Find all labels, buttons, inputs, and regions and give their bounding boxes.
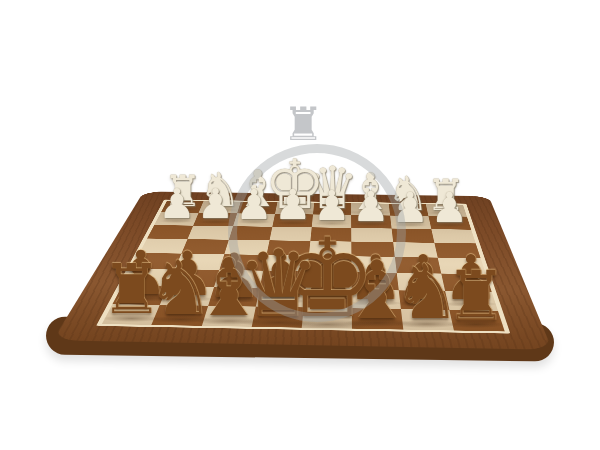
square-c1 — [351, 203, 390, 215]
square-d2 — [312, 215, 352, 228]
square-c8 — [352, 308, 403, 329]
square-d8 — [302, 307, 352, 328]
square-f4 — [224, 240, 269, 255]
board-grid — [102, 201, 505, 332]
watermark-rook-icon: ♜ — [282, 101, 323, 147]
square-b7 — [398, 290, 449, 310]
square-c2 — [351, 215, 391, 228]
square-h6 — [122, 269, 175, 287]
square-g3 — [188, 226, 233, 240]
square-b6 — [396, 273, 445, 291]
square-g7 — [160, 286, 214, 305]
square-c4 — [352, 242, 395, 257]
square-b3 — [391, 228, 434, 242]
square-e5 — [263, 255, 309, 272]
square-g4 — [182, 239, 229, 254]
square-c5 — [352, 256, 397, 273]
square-f6 — [214, 270, 263, 288]
square-h8 — [102, 304, 160, 325]
square-c7 — [352, 289, 401, 309]
square-d5 — [307, 256, 351, 273]
square-d4 — [309, 241, 352, 256]
square-c6 — [352, 272, 399, 290]
chess-board — [53, 192, 553, 350]
product-photo-scene: ♜♞♝♚♛♝♞♜♟♟♟♟♟♟♟♟♟♟♟♟♟♟♟♟♜♞♝♛♚♝♞♜ ♜ — [0, 0, 600, 450]
square-f5 — [219, 254, 266, 270]
square-h3 — [147, 225, 193, 239]
square-g2 — [193, 213, 236, 226]
square-d3 — [310, 227, 351, 241]
square-b1 — [388, 204, 428, 216]
square-a2 — [428, 216, 471, 229]
square-h1 — [161, 201, 204, 213]
square-b2 — [390, 216, 431, 229]
square-f8 — [201, 306, 255, 327]
square-h4 — [139, 238, 187, 253]
square-a7 — [445, 291, 498, 311]
square-e4 — [266, 240, 310, 255]
square-d1 — [313, 203, 351, 215]
square-f7 — [208, 287, 260, 306]
square-h2 — [154, 212, 198, 225]
square-g1 — [199, 201, 241, 213]
square-e7 — [256, 288, 306, 307]
square-a6 — [441, 274, 492, 292]
square-f3 — [228, 226, 272, 240]
square-h5 — [131, 253, 181, 269]
square-f1 — [237, 202, 278, 214]
square-e3 — [269, 227, 311, 241]
square-a3 — [431, 229, 476, 243]
square-f2 — [233, 213, 275, 226]
square-b5 — [394, 257, 441, 274]
square-h7 — [113, 286, 168, 305]
square-a4 — [434, 243, 480, 259]
square-e6 — [260, 271, 308, 289]
square-d7 — [304, 289, 352, 309]
square-a1 — [426, 204, 467, 217]
square-b4 — [393, 242, 438, 257]
square-a8 — [449, 310, 505, 332]
square-e2 — [272, 214, 313, 227]
square-g5 — [175, 254, 224, 270]
square-g8 — [152, 305, 208, 326]
square-g6 — [168, 269, 219, 287]
square-e1 — [275, 202, 314, 214]
square-e8 — [251, 306, 303, 327]
square-c3 — [351, 228, 392, 242]
square-d6 — [306, 271, 352, 289]
square-b8 — [400, 309, 453, 330]
square-a5 — [437, 258, 485, 275]
